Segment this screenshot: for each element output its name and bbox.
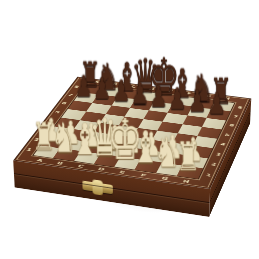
black-pawn: ♟ xyxy=(112,76,130,106)
black-pawn: ♟ xyxy=(75,71,93,100)
chess-set-photo: ABCDEFGH ABCDEFGH 12345678 12345678 ♜♞♝♛… xyxy=(0,0,259,259)
black-pawn: ♟ xyxy=(93,74,111,103)
square-h6 xyxy=(202,118,226,130)
square-h1: ♜ xyxy=(177,165,203,178)
black-pawn: ♟ xyxy=(188,86,207,116)
brass-clasp-icon xyxy=(82,181,113,195)
black-pawn: ♟ xyxy=(207,88,226,118)
black-pawn: ♟ xyxy=(150,81,169,111)
black-pawn: ♟ xyxy=(131,78,150,108)
white-rook: ♜ xyxy=(176,137,201,176)
black-pawn: ♟ xyxy=(169,83,188,113)
